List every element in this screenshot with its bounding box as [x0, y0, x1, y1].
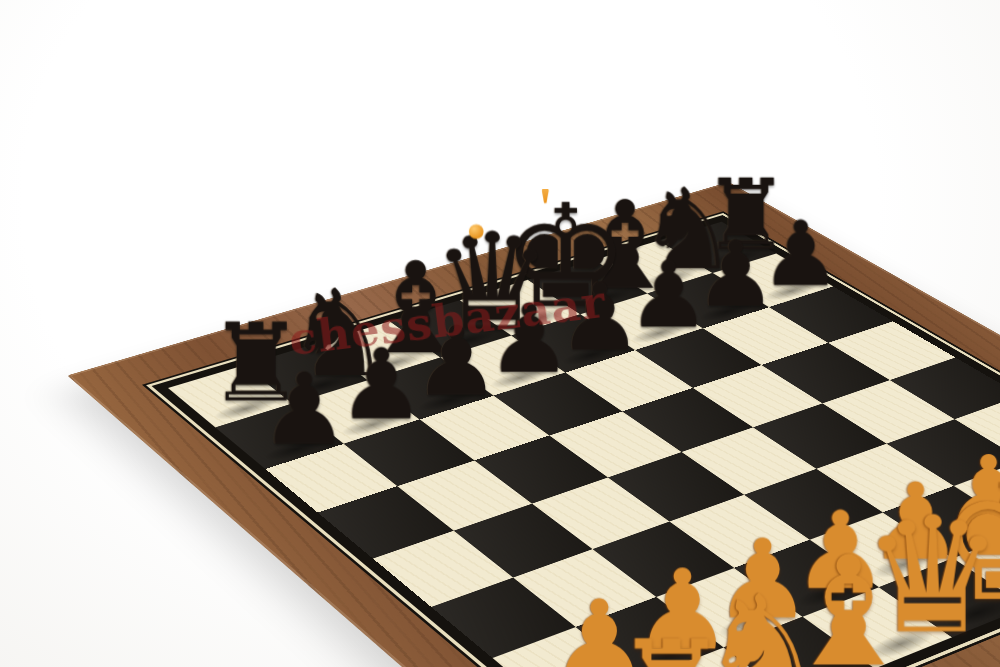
product-photo: ♜♞♝♛♚♝♞♜♟♟♟♟♟♟♟♟♟♟♟♟♟♟♟♟♜♞♝♛♚♝♞♜ chessba… [0, 0, 1000, 667]
king-finial-flame-icon [540, 178, 552, 205]
white-rook-a1[interactable]: ♜ [614, 628, 724, 667]
chess-board: ♜♞♝♛♚♝♞♜♟♟♟♟♟♟♟♟♟♟♟♟♟♟♟♟♜♞♝♛♚♝♞♜ [67, 182, 1000, 667]
black-pawn-a7[interactable]: ♟ [257, 362, 351, 456]
